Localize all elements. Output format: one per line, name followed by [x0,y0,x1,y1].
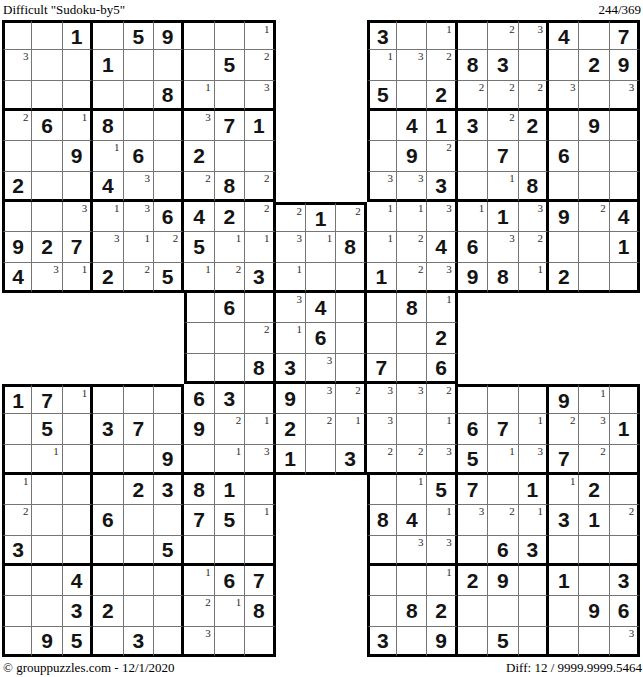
board-gap [306,536,336,566]
pencil-mark: 1 [82,263,88,276]
given-digit: 2 [193,145,205,166]
board-gap [276,596,306,626]
pencil-mark: 2 [264,323,270,336]
board-gap [306,505,336,535]
pencil-mark: 2 [264,50,270,63]
pencil-mark: 1 [144,232,150,245]
cell-r17c18: 1 [519,505,549,535]
pencil-mark: 2 [446,141,452,154]
cell-r18c17: 6 [488,536,518,566]
cell-r21c13: 3 [367,627,397,657]
cell-r13c16 [458,384,488,414]
given-digit: 9 [406,145,418,166]
cell-r5c4: 1 [93,141,123,171]
given-digit: 2 [132,479,144,500]
cell-r10c10: 3 [276,293,306,323]
board-gap [276,566,306,596]
given-digit: 2 [224,206,236,227]
cell-r14c2: 5 [32,414,62,444]
cell-r21c4 [93,627,123,657]
board-gap [276,172,306,202]
pencil-mark: 3 [144,172,150,185]
given-digit: 8 [406,297,418,318]
pencil-mark: 1 [114,141,120,154]
cell-r7c6: 6 [154,202,184,232]
board-gap [336,20,366,50]
cell-r3c7: 1 [184,81,214,111]
cell-r14c21: 1 [610,414,640,444]
given-digit: 9 [71,145,83,166]
cell-r8c20 [579,232,609,262]
pencil-mark: 1 [418,202,424,215]
pencil-mark: 1 [388,202,394,215]
cell-r17c9: 1 [245,505,275,535]
cell-r20c5 [124,596,154,626]
cell-r8c17: 3 [488,232,518,262]
cell-r10c14: 8 [397,293,427,323]
pencil-mark: 2 [629,505,635,518]
pencil-mark: 1 [418,475,424,488]
pencil-mark: 2 [264,172,270,185]
board-gap [549,293,579,323]
cell-r13c21 [610,384,640,414]
cell-r7c10: 2 [276,202,306,232]
given-digit: 7 [467,479,479,500]
given-digit: 8 [377,509,389,530]
cell-r6c5: 3 [124,172,154,202]
cell-r5c2 [32,141,62,171]
cell-r2c20: 2 [579,50,609,80]
given-digit: 2 [558,266,570,287]
cell-r21c16 [458,627,488,657]
cell-r16c4 [93,475,123,505]
cell-r16c9 [245,475,275,505]
cell-r4c7: 3 [184,111,214,141]
cell-r20c7: 2 [184,596,214,626]
board-gap [32,354,62,384]
board-gap [306,596,336,626]
given-digit: 2 [435,84,447,105]
cell-r16c2 [32,475,62,505]
given-digit: 8 [526,175,538,196]
given-digit: 4 [406,115,418,136]
given-digit: 5 [435,479,447,500]
cell-r3c1 [2,81,32,111]
board-gap [306,50,336,80]
given-digit: 7 [253,570,265,591]
pencil-mark: 3 [264,445,270,458]
cell-r8c18: 2 [519,232,549,262]
cell-r14c8: 2 [215,414,245,444]
cell-r16c19: 1 [549,475,579,505]
cell-r18c3 [63,536,93,566]
given-digit: 3 [71,600,83,621]
pencil-mark: 1 [296,263,302,276]
given-digit: 2 [526,115,538,136]
given-digit: 9 [41,630,53,651]
cell-r13c10: 9 [276,384,306,414]
cell-r1c5: 5 [124,20,154,50]
cell-r13c8: 3 [215,384,245,414]
cell-r14c17: 7 [488,414,518,444]
cell-r8c7: 5 [184,232,214,262]
pencil-mark: 3 [629,627,635,640]
given-digit: 9 [162,448,174,469]
given-digit: 3 [162,479,174,500]
cell-r20c21: 6 [610,596,640,626]
cell-r14c20: 3 [579,414,609,444]
cell-r9c1: 4 [2,263,32,293]
pencil-mark: 1 [296,323,302,336]
given-digit: 1 [102,54,114,75]
cell-r19c7: 1 [184,566,214,596]
cell-r4c3: 1 [63,111,93,141]
cell-r12c15: 6 [427,354,457,384]
given-digit: 1 [12,390,24,411]
cell-r13c20: 1 [579,384,609,414]
given-digit: 5 [162,266,174,287]
board-gap [336,141,366,171]
sudoku-by5-board: 1591312347315213283298135222233261837141… [2,20,640,657]
cell-r5c9 [245,141,275,171]
pencil-mark: 1 [538,263,544,276]
cell-r18c8 [215,536,245,566]
cell-r4c8: 7 [215,111,245,141]
cell-r15c8: 1 [215,445,245,475]
board-gap [336,505,366,535]
board-gap [276,141,306,171]
pencil-mark: 3 [388,384,394,397]
cell-r6c4: 4 [93,172,123,202]
cell-r15c11 [306,445,336,475]
cell-r6c20 [579,172,609,202]
given-digit: 3 [558,509,570,530]
given-digit: 7 [41,390,53,411]
cell-r4c5 [124,111,154,141]
given-digit: 3 [467,115,479,136]
given-digit: 3 [377,26,389,47]
pencil-mark: 3 [53,263,59,276]
cell-r3c3 [63,81,93,111]
cell-r6c17: 1 [488,172,518,202]
cell-r7c1 [2,202,32,232]
pencil-mark: 1 [538,414,544,427]
given-digit: 6 [102,509,114,530]
cell-r4c20: 9 [579,111,609,141]
pencil-mark: 2 [205,172,211,185]
difficulty-line: Diff: 12 / 9999.9999.5464 [506,660,642,676]
cell-r18c21 [610,536,640,566]
given-digit: 8 [406,600,418,621]
cell-r13c6 [154,384,184,414]
given-digit: 2 [102,266,114,287]
cell-r21c21: 3 [610,627,640,657]
cell-r20c3: 3 [63,596,93,626]
cell-r16c6: 3 [154,475,184,505]
cell-r6c16 [458,172,488,202]
cell-r17c4: 6 [93,505,123,535]
cell-r14c13: 3 [367,414,397,444]
cell-r16c13 [367,475,397,505]
cell-r8c6: 2 [154,232,184,262]
given-digit: 7 [376,357,388,378]
given-digit: 6 [193,388,205,409]
cell-r9c9: 3 [245,263,275,293]
cell-r16c8: 1 [215,475,245,505]
pencil-mark: 2 [570,414,576,427]
given-digit: 5 [162,539,174,560]
given-digit: 3 [132,630,144,651]
board-gap [306,172,336,202]
board-gap [63,323,93,353]
board-gap [306,475,336,505]
given-digit: 9 [12,236,24,257]
cell-r15c12: 3 [336,445,366,475]
cell-r5c20 [579,141,609,171]
cell-r18c5 [124,536,154,566]
given-digit: 1 [224,479,236,500]
board-gap [336,111,366,141]
cell-r4c13 [367,111,397,141]
cell-r9c11 [306,263,336,293]
board-gap [306,566,336,596]
cell-r3c8 [215,81,245,111]
cell-r21c18 [519,627,549,657]
cell-r5c7: 2 [184,141,214,171]
cell-r3c4 [93,81,123,111]
pencil-mark: 3 [114,232,120,245]
cell-r14c15: 1 [427,414,457,444]
given-digit: 2 [435,600,447,621]
cell-r6c6 [154,172,184,202]
given-digit: 6 [435,357,447,378]
pencil-mark: 3 [600,414,606,427]
puzzle-page: { "header": { "title": "Difficult \"Sudo… [0,0,643,677]
cell-r19c3: 4 [63,566,93,596]
pencil-mark: 2 [509,111,515,124]
cell-r19c6 [154,566,184,596]
cell-r14c18: 1 [519,414,549,444]
board-gap [458,293,488,323]
cell-r18c1: 3 [2,536,32,566]
given-digit: 5 [224,54,236,75]
pencil-mark: 2 [296,205,302,218]
pencil-mark: 1 [570,475,576,488]
given-digit: 9 [558,390,570,411]
pencil-mark: 3 [144,202,150,215]
cell-r8c1: 9 [2,232,32,262]
pencil-mark: 1 [205,81,211,94]
cell-r15c5 [124,445,154,475]
given-digit: 3 [526,539,538,560]
given-digit: 5 [41,418,53,439]
board-gap [306,141,336,171]
cell-r9c17: 8 [488,263,518,293]
cell-r12c8 [215,354,245,384]
pencil-mark: 3 [418,384,424,397]
board-gap [306,81,336,111]
pencil-mark: 1 [264,23,270,36]
cell-r20c18 [519,596,549,626]
cell-r1c7 [184,20,214,50]
cell-r5c18 [519,141,549,171]
given-digit: 1 [497,206,509,227]
cell-r7c18: 3 [519,202,549,232]
pencil-mark: 1 [236,596,242,609]
pencil-mark: 1 [600,387,606,400]
given-digit: 6 [224,297,236,318]
cell-r18c19 [549,536,579,566]
given-digit: 7 [618,26,630,47]
cell-r20c8: 1 [215,596,245,626]
pencil-mark: 2 [23,505,29,518]
pencil-mark: 2 [600,202,606,215]
given-digit: 2 [284,418,296,439]
pencil-mark: 2 [144,263,150,276]
cell-r14c11: 2 [306,414,336,444]
cell-r8c14: 2 [397,232,427,262]
cell-r19c14 [397,566,427,596]
given-digit: 8 [102,115,114,136]
given-digit: 1 [558,570,570,591]
pencil-mark: 2 [509,23,515,36]
cell-r15c20: 2 [579,445,609,475]
board-gap [488,323,518,353]
given-digit: 1 [526,479,538,500]
cell-r20c9: 8 [245,596,275,626]
cell-r5c8 [215,141,245,171]
given-digit: 4 [435,236,447,257]
cell-r18c18: 3 [519,536,549,566]
cell-r16c15: 5 [427,475,457,505]
cell-r12c11: 3 [306,354,336,384]
cell-r13c4 [93,384,123,414]
cell-r21c7: 3 [184,627,214,657]
pencil-mark: 3 [388,414,394,427]
board-gap [306,20,336,50]
cell-r14c5: 7 [124,414,154,444]
pencil-mark: 3 [538,445,544,458]
cell-r5c16 [458,141,488,171]
pencil-mark: 3 [446,263,452,276]
cell-r8c10: 3 [276,232,306,262]
cell-r11c15: 2 [427,323,457,353]
cell-r11c8 [215,323,245,353]
given-digit: 3 [377,630,389,651]
pencil-mark: 3 [82,202,88,215]
given-digit: 8 [497,266,509,287]
cell-r12c13: 7 [367,354,397,384]
cell-r13c7: 6 [184,384,214,414]
cell-r7c12: 2 [336,202,366,232]
cell-r3c2 [32,81,62,111]
cell-r8c9: 1 [245,232,275,262]
cell-r8c13: 1 [367,232,397,262]
given-digit: 4 [102,175,114,196]
cell-r2c9: 2 [245,50,275,80]
given-digit: 5 [132,26,144,47]
cell-r20c1 [2,596,32,626]
given-digit: 6 [618,600,630,621]
cell-r4c6 [154,111,184,141]
board-gap [32,323,62,353]
cell-r8c3: 7 [63,232,93,262]
given-digit: 8 [467,54,479,75]
pencil-mark: 3 [629,81,635,94]
cell-r15c16: 5 [458,445,488,475]
cell-r1c1 [2,20,32,50]
cell-r19c21: 3 [610,566,640,596]
cell-r6c18: 8 [519,172,549,202]
cell-r21c6 [154,627,184,657]
pencil-mark: 1 [446,23,452,36]
cell-r1c21: 7 [610,20,640,50]
pencil-mark: 3 [538,202,544,215]
cell-r12c12 [336,354,366,384]
cell-r3c9: 3 [245,81,275,111]
pencil-mark: 1 [479,202,485,215]
pencil-mark: 2 [327,414,333,427]
given-digit: 2 [12,175,24,196]
cell-r4c21 [610,111,640,141]
pencil-mark: 2 [205,596,211,609]
cell-r14c7: 9 [184,414,214,444]
cell-r7c5: 3 [124,202,154,232]
given-digit: 2 [588,479,600,500]
cell-r3c19: 3 [549,81,579,111]
board-gap [549,354,579,384]
given-digit: 7 [71,236,83,257]
board-gap [519,293,549,323]
cell-r20c19 [549,596,579,626]
cell-r9c2: 3 [32,263,62,293]
cell-r18c13 [367,536,397,566]
pencil-mark: 1 [388,50,394,63]
board-gap [336,475,366,505]
cell-r7c13: 1 [367,202,397,232]
cell-r9c21 [610,263,640,293]
given-digit: 1 [376,266,388,287]
cell-r15c13: 2 [367,445,397,475]
given-digit: 6 [41,115,53,136]
cell-r19c16: 2 [458,566,488,596]
given-digit: 9 [435,630,447,651]
cell-r9c8: 2 [215,263,245,293]
cell-r6c19 [549,172,579,202]
cell-r11c13 [367,323,397,353]
cell-r18c15: 3 [427,536,457,566]
cell-r20c2 [32,596,62,626]
cell-r2c1: 3 [2,50,32,80]
cell-r16c14: 1 [397,475,427,505]
cell-r11c14 [397,323,427,353]
cell-r9c10: 1 [276,263,306,293]
cell-r21c8 [215,627,245,657]
board-gap [124,293,154,323]
cell-r1c6: 9 [154,20,184,50]
cell-r1c19: 4 [549,20,579,50]
cell-r13c5 [124,384,154,414]
given-digit: 1 [588,509,600,530]
cell-r9c12 [336,263,366,293]
board-gap [336,172,366,202]
cell-r11c11: 6 [306,323,336,353]
cell-r18c2 [32,536,62,566]
given-digit: 1 [315,208,327,229]
cell-r7c14: 1 [397,202,427,232]
given-digit: 8 [253,357,265,378]
given-digit: 9 [588,600,600,621]
